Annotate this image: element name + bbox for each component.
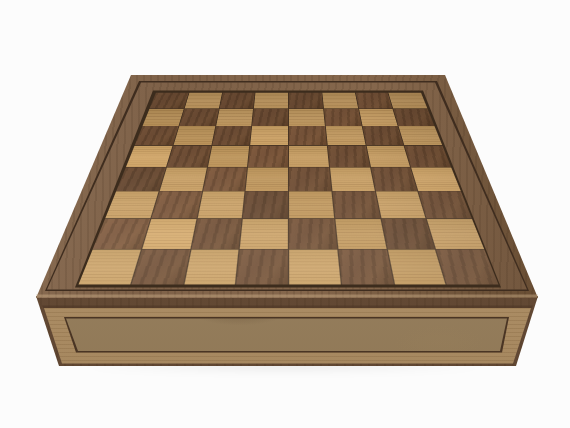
- board-square: [393, 109, 434, 126]
- board-square: [215, 109, 252, 126]
- board-square: [289, 219, 337, 249]
- board-square: [327, 146, 369, 167]
- board-square: [332, 191, 380, 218]
- chess-board-product-photo: [0, 0, 570, 428]
- board-square: [243, 191, 288, 218]
- board-square: [366, 146, 410, 167]
- board-square: [252, 109, 288, 126]
- board-square: [248, 146, 288, 167]
- board-square: [142, 109, 183, 126]
- board-square: [404, 146, 450, 167]
- board-square: [207, 146, 249, 167]
- board-square: [245, 167, 287, 191]
- board-square: [362, 126, 403, 145]
- board-square: [288, 126, 326, 145]
- board-square: [370, 167, 417, 191]
- board-square: [288, 93, 322, 109]
- board-square: [240, 219, 288, 249]
- board-square: [173, 126, 214, 145]
- board-square: [387, 250, 445, 285]
- board-square: [149, 93, 188, 109]
- board-square: [358, 109, 397, 126]
- board-square: [250, 126, 288, 145]
- board-square: [197, 191, 245, 218]
- board-square: [338, 250, 393, 285]
- board-square: [388, 93, 427, 109]
- board-square: [322, 93, 358, 109]
- board-square: [219, 93, 255, 109]
- board-square: [355, 93, 392, 109]
- board-square: [381, 219, 435, 249]
- board-square: [179, 109, 218, 126]
- board-square: [289, 250, 340, 285]
- board-square: [116, 167, 165, 191]
- board-square: [288, 109, 324, 126]
- board-square: [254, 93, 288, 109]
- board-square: [211, 126, 251, 145]
- board-square: [325, 126, 365, 145]
- board-square: [289, 191, 334, 218]
- board-square: [398, 126, 441, 145]
- board-square: [411, 167, 460, 191]
- board-square: [141, 219, 195, 249]
- board-square: [288, 146, 328, 167]
- board-square: [166, 146, 210, 167]
- board-square: [329, 167, 374, 191]
- board-square: [202, 167, 247, 191]
- board-square: [184, 93, 221, 109]
- board-square: [159, 167, 206, 191]
- board-square: [134, 126, 177, 145]
- board-square: [236, 250, 287, 285]
- board-square: [126, 146, 172, 167]
- board-square: [183, 250, 238, 285]
- board-square: [323, 109, 360, 126]
- board-square: [151, 191, 201, 218]
- board-square: [375, 191, 425, 218]
- board-square: [131, 250, 189, 285]
- board-square: [289, 167, 331, 191]
- board-square: [335, 219, 386, 249]
- board-square: [190, 219, 241, 249]
